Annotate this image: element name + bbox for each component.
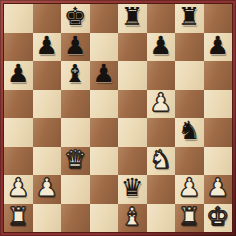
square-d8[interactable]: [90, 4, 119, 33]
square-e4[interactable]: [118, 118, 147, 147]
white-pawn-f5[interactable]: ♟: [150, 90, 172, 117]
square-g8[interactable]: ♜: [175, 4, 204, 33]
square-e5[interactable]: [118, 90, 147, 119]
square-c6[interactable]: ♝: [61, 61, 90, 90]
black-pawn-f7[interactable]: ♟: [150, 33, 172, 60]
square-b2[interactable]: ♟: [33, 175, 62, 204]
board-frame: ♚♜♜♟♟♟♟♟♝♟♟♞♛♞♟♟♛♟♟♜♝♜♚: [0, 0, 236, 236]
square-a5[interactable]: [4, 90, 33, 119]
square-e3[interactable]: [118, 147, 147, 176]
square-c5[interactable]: [61, 90, 90, 119]
white-pawn-a2[interactable]: ♟: [7, 175, 29, 202]
chess-board: ♚♜♜♟♟♟♟♟♝♟♟♞♛♞♟♟♛♟♟♜♝♜♚: [4, 4, 232, 232]
black-pawn-c7[interactable]: ♟: [64, 33, 86, 60]
square-c1[interactable]: [61, 204, 90, 233]
white-queen-c3[interactable]: ♛: [64, 147, 86, 174]
square-b8[interactable]: [33, 4, 62, 33]
square-g5[interactable]: [175, 90, 204, 119]
square-h1[interactable]: ♚: [204, 204, 233, 233]
square-d7[interactable]: [90, 33, 119, 62]
square-a7[interactable]: [4, 33, 33, 62]
square-h2[interactable]: ♟: [204, 175, 233, 204]
square-b4[interactable]: [33, 118, 62, 147]
square-a1[interactable]: ♜: [4, 204, 33, 233]
square-b1[interactable]: [33, 204, 62, 233]
white-pawn-b2[interactable]: ♟: [36, 175, 58, 202]
square-b6[interactable]: [33, 61, 62, 90]
square-h8[interactable]: [204, 4, 233, 33]
square-d4[interactable]: [90, 118, 119, 147]
square-a2[interactable]: ♟: [4, 175, 33, 204]
square-f4[interactable]: [147, 118, 176, 147]
black-rook-e8[interactable]: ♜: [121, 4, 143, 31]
square-h5[interactable]: [204, 90, 233, 119]
square-g1[interactable]: ♜: [175, 204, 204, 233]
white-pawn-g2[interactable]: ♟: [178, 175, 200, 202]
square-c7[interactable]: ♟: [61, 33, 90, 62]
square-h6[interactable]: [204, 61, 233, 90]
square-g3[interactable]: [175, 147, 204, 176]
square-c3[interactable]: ♛: [61, 147, 90, 176]
square-f8[interactable]: [147, 4, 176, 33]
black-pawn-b7[interactable]: ♟: [36, 33, 58, 60]
square-b3[interactable]: [33, 147, 62, 176]
chess-app: ♚♜♜♟♟♟♟♟♝♟♟♞♛♞♟♟♛♟♟♜♝♜♚: [0, 0, 236, 236]
square-f6[interactable]: [147, 61, 176, 90]
square-e7[interactable]: [118, 33, 147, 62]
black-king-c8[interactable]: ♚: [64, 4, 86, 31]
square-f3[interactable]: ♞: [147, 147, 176, 176]
square-e6[interactable]: [118, 61, 147, 90]
square-h3[interactable]: [204, 147, 233, 176]
white-pawn-h2[interactable]: ♟: [207, 175, 229, 202]
square-f2[interactable]: [147, 175, 176, 204]
white-rook-g1[interactable]: ♜: [178, 204, 200, 231]
white-king-h1[interactable]: ♚: [207, 204, 229, 231]
square-a8[interactable]: [4, 4, 33, 33]
square-d5[interactable]: [90, 90, 119, 119]
square-f7[interactable]: ♟: [147, 33, 176, 62]
square-c4[interactable]: [61, 118, 90, 147]
white-rook-a1[interactable]: ♜: [7, 204, 29, 231]
square-h7[interactable]: ♟: [204, 33, 233, 62]
square-a3[interactable]: [4, 147, 33, 176]
black-pawn-a6[interactable]: ♟: [7, 61, 29, 88]
square-d1[interactable]: [90, 204, 119, 233]
square-d2[interactable]: [90, 175, 119, 204]
square-b7[interactable]: ♟: [33, 33, 62, 62]
square-c2[interactable]: [61, 175, 90, 204]
square-f5[interactable]: ♟: [147, 90, 176, 119]
black-rook-g8[interactable]: ♜: [178, 4, 200, 31]
square-g2[interactable]: ♟: [175, 175, 204, 204]
square-g4[interactable]: ♞: [175, 118, 204, 147]
square-d6[interactable]: ♟: [90, 61, 119, 90]
square-a6[interactable]: ♟: [4, 61, 33, 90]
black-queen-e2[interactable]: ♛: [121, 175, 143, 202]
square-c8[interactable]: ♚: [61, 4, 90, 33]
white-knight-f3[interactable]: ♞: [150, 147, 172, 174]
square-g6[interactable]: [175, 61, 204, 90]
black-knight-g4[interactable]: ♞: [178, 118, 200, 145]
square-e2[interactable]: ♛: [118, 175, 147, 204]
square-h4[interactable]: [204, 118, 233, 147]
square-b5[interactable]: [33, 90, 62, 119]
square-g7[interactable]: [175, 33, 204, 62]
square-e1[interactable]: ♝: [118, 204, 147, 233]
black-bishop-c6[interactable]: ♝: [64, 61, 86, 88]
square-d3[interactable]: [90, 147, 119, 176]
square-a4[interactable]: [4, 118, 33, 147]
white-bishop-e1[interactable]: ♝: [121, 204, 143, 231]
square-f1[interactable]: [147, 204, 176, 233]
black-pawn-h7[interactable]: ♟: [207, 33, 229, 60]
square-e8[interactable]: ♜: [118, 4, 147, 33]
black-pawn-d6[interactable]: ♟: [93, 61, 115, 88]
